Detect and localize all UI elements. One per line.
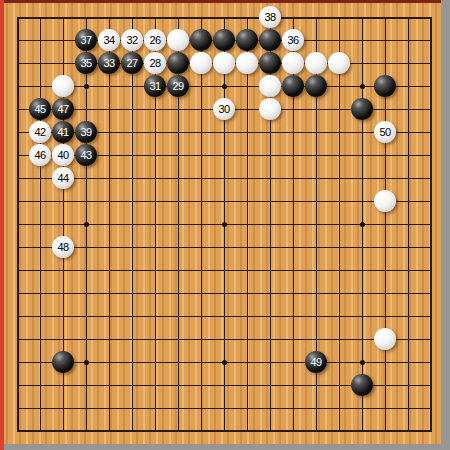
stone-white-move-50[interactable]: 50 xyxy=(374,121,396,143)
star-point xyxy=(222,84,227,89)
stone-move-number: 47 xyxy=(57,104,68,115)
stone-white[interactable] xyxy=(328,52,350,74)
stone-black[interactable] xyxy=(351,374,373,396)
star-point xyxy=(222,360,227,365)
stone-move-number: 40 xyxy=(57,150,68,161)
stone-white-move-32[interactable]: 32 xyxy=(121,29,143,51)
stone-move-number: 26 xyxy=(149,35,160,46)
stone-move-number: 44 xyxy=(57,173,68,184)
stone-black-move-43[interactable]: 43 xyxy=(75,144,97,166)
stone-white[interactable] xyxy=(374,328,396,350)
stone-move-number: 41 xyxy=(57,127,68,138)
stone-move-number: 50 xyxy=(379,127,390,138)
stone-black-move-33[interactable]: 33 xyxy=(98,52,120,74)
stone-white[interactable] xyxy=(52,75,74,97)
stone-black-move-31[interactable]: 31 xyxy=(144,75,166,97)
stone-move-number: 30 xyxy=(218,104,229,115)
stone-move-number: 31 xyxy=(149,81,160,92)
grid-line-horizontal xyxy=(17,430,432,432)
grid-line-horizontal xyxy=(17,293,432,294)
stone-black[interactable] xyxy=(259,29,281,51)
stone-black-move-49[interactable]: 49 xyxy=(305,351,327,373)
grid-line-vertical xyxy=(408,17,409,432)
stone-white-move-26[interactable]: 26 xyxy=(144,29,166,51)
stone-move-number: 33 xyxy=(103,58,114,69)
grid-line-horizontal xyxy=(17,247,432,248)
stone-black-move-29[interactable]: 29 xyxy=(167,75,189,97)
stone-move-number: 38 xyxy=(264,12,275,23)
stone-move-number: 35 xyxy=(80,58,91,69)
board-shadow-bottom xyxy=(0,444,450,450)
stone-black[interactable] xyxy=(351,98,373,120)
stone-white[interactable] xyxy=(167,29,189,51)
frame-border-left xyxy=(0,0,4,450)
stone-black[interactable] xyxy=(259,52,281,74)
stone-white-move-40[interactable]: 40 xyxy=(52,144,74,166)
stone-white[interactable] xyxy=(213,52,235,74)
stone-black[interactable] xyxy=(282,75,304,97)
stone-white-move-34[interactable]: 34 xyxy=(98,29,120,51)
stone-black-move-41[interactable]: 41 xyxy=(52,121,74,143)
stone-black[interactable] xyxy=(236,29,258,51)
stone-white-move-42[interactable]: 42 xyxy=(29,121,51,143)
stone-move-number: 37 xyxy=(80,35,91,46)
stone-black-move-39[interactable]: 39 xyxy=(75,121,97,143)
star-point xyxy=(360,222,365,227)
stone-white-move-48[interactable]: 48 xyxy=(52,236,74,258)
star-point xyxy=(84,84,89,89)
star-point xyxy=(360,360,365,365)
grid-line-horizontal xyxy=(17,339,432,340)
stone-white-move-44[interactable]: 44 xyxy=(52,167,74,189)
grid-line-horizontal xyxy=(17,408,432,409)
stone-black-move-37[interactable]: 37 xyxy=(75,29,97,51)
stone-black[interactable] xyxy=(167,52,189,74)
stone-move-number: 42 xyxy=(34,127,45,138)
stone-black[interactable] xyxy=(305,75,327,97)
star-point xyxy=(222,222,227,227)
frame-border-top xyxy=(0,0,450,3)
stone-black-move-47[interactable]: 47 xyxy=(52,98,74,120)
star-point xyxy=(360,84,365,89)
grid-line-horizontal xyxy=(17,270,432,271)
stone-move-number: 27 xyxy=(126,58,137,69)
stone-move-number: 28 xyxy=(149,58,160,69)
stone-white[interactable] xyxy=(374,190,396,212)
stone-move-number: 29 xyxy=(172,81,183,92)
grid-line-horizontal xyxy=(17,316,432,317)
stone-move-number: 34 xyxy=(103,35,114,46)
stone-move-number: 45 xyxy=(34,104,45,115)
grid-line-vertical xyxy=(339,17,340,432)
grid-line-vertical xyxy=(247,17,248,432)
stone-move-number: 46 xyxy=(34,150,45,161)
stone-black[interactable] xyxy=(190,29,212,51)
board-shadow-right xyxy=(441,0,450,450)
stone-move-number: 48 xyxy=(57,242,68,253)
star-point xyxy=(84,360,89,365)
stone-white-move-38[interactable]: 38 xyxy=(259,6,281,28)
stone-move-number: 32 xyxy=(126,35,137,46)
star-point xyxy=(84,222,89,227)
stone-white[interactable] xyxy=(282,52,304,74)
stone-white[interactable] xyxy=(190,52,212,74)
stone-move-number: 36 xyxy=(287,35,298,46)
stone-black-move-35[interactable]: 35 xyxy=(75,52,97,74)
stone-black-move-27[interactable]: 27 xyxy=(121,52,143,74)
stone-white[interactable] xyxy=(259,75,281,97)
stone-white-move-28[interactable]: 28 xyxy=(144,52,166,74)
stone-black[interactable] xyxy=(52,351,74,373)
stone-black[interactable] xyxy=(213,29,235,51)
grid-line-vertical xyxy=(430,17,432,432)
stone-white[interactable] xyxy=(305,52,327,74)
stone-black[interactable] xyxy=(374,75,396,97)
stone-white-move-30[interactable]: 30 xyxy=(213,98,235,120)
stone-white-move-46[interactable]: 46 xyxy=(29,144,51,166)
stone-white-move-36[interactable]: 36 xyxy=(282,29,304,51)
go-board[interactable]: 3837343226363533272831294547304241395046… xyxy=(0,0,450,450)
stone-white[interactable] xyxy=(259,98,281,120)
stone-white[interactable] xyxy=(236,52,258,74)
stone-move-number: 49 xyxy=(310,357,321,368)
stone-black-move-45[interactable]: 45 xyxy=(29,98,51,120)
stone-move-number: 43 xyxy=(80,150,91,161)
stone-move-number: 39 xyxy=(80,127,91,138)
